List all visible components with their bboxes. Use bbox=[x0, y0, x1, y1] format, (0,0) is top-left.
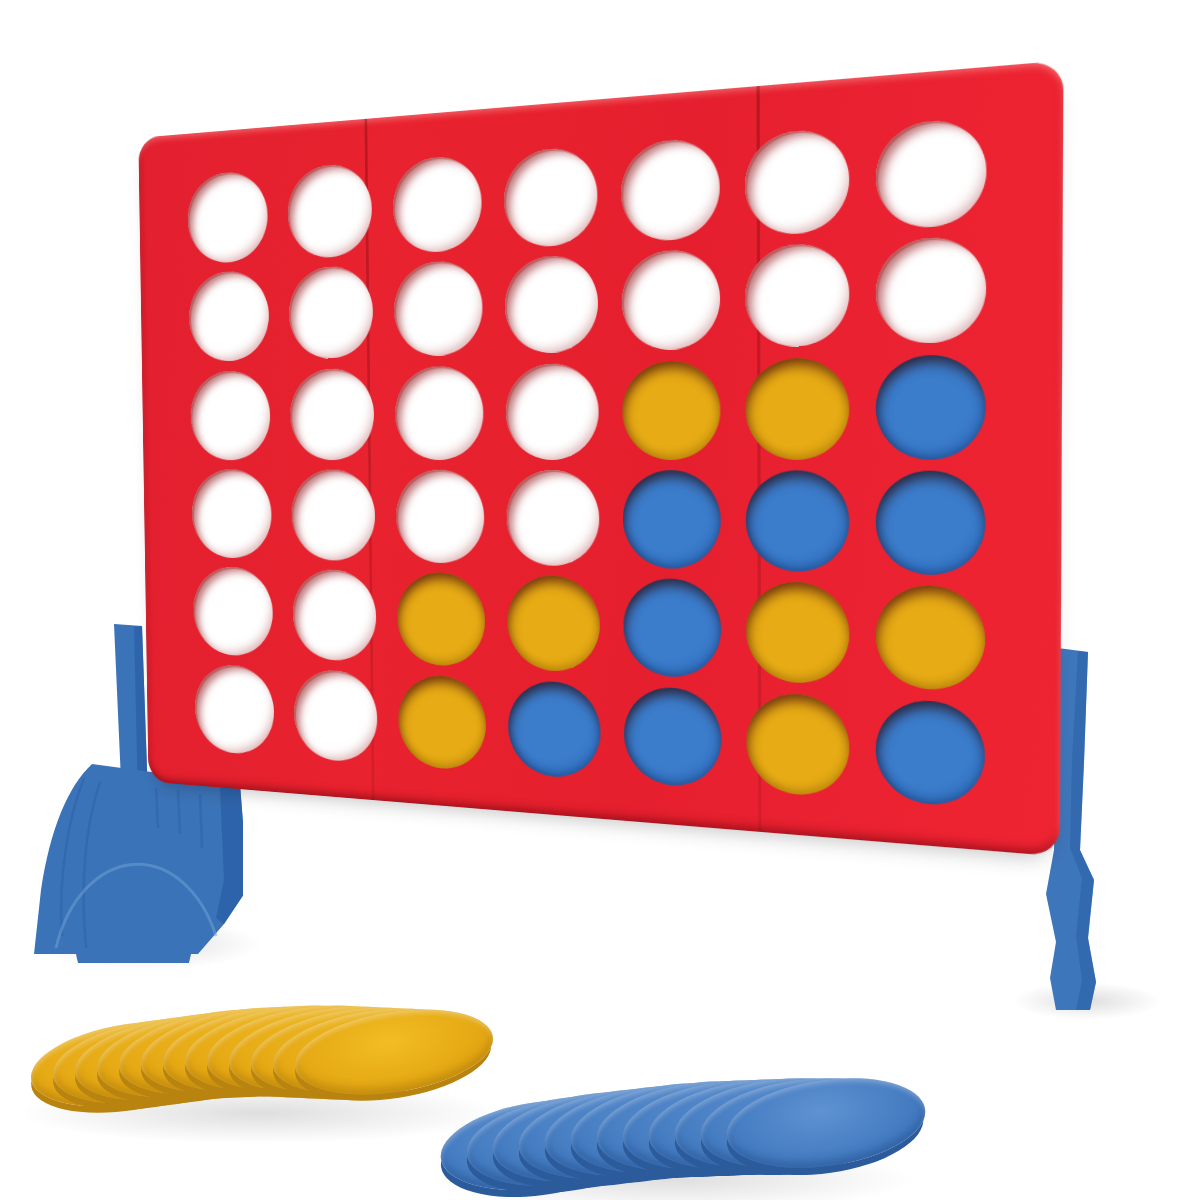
board-perspective-wrap bbox=[138, 61, 1063, 857]
cell-r2c3[interactable] bbox=[383, 254, 494, 362]
hole-empty bbox=[289, 265, 374, 360]
cell-r1c6[interactable] bbox=[732, 121, 862, 243]
disc-blue bbox=[876, 471, 986, 577]
cell-r1c4[interactable] bbox=[492, 140, 609, 255]
cell-r6c2[interactable] bbox=[283, 663, 388, 769]
hole-empty bbox=[192, 469, 272, 559]
hole-empty bbox=[287, 162, 372, 259]
disc-yellow bbox=[876, 585, 985, 693]
hole-empty bbox=[396, 470, 485, 564]
disc-yellow bbox=[746, 581, 849, 686]
disc-yellow bbox=[746, 691, 849, 798]
cell-r5c6[interactable] bbox=[733, 576, 862, 692]
cell-r5c4[interactable] bbox=[496, 570, 612, 680]
hole-empty bbox=[194, 663, 274, 756]
cell-r2c2[interactable] bbox=[278, 260, 384, 365]
disc-blue bbox=[876, 354, 986, 460]
disc-blue bbox=[746, 471, 850, 573]
hole-empty bbox=[193, 567, 273, 658]
cell-r2c7[interactable] bbox=[863, 229, 1001, 351]
cell-r2c5[interactable] bbox=[610, 243, 733, 357]
hole-empty bbox=[290, 368, 375, 460]
cell-r5c1[interactable] bbox=[183, 562, 283, 663]
cell-r6c1[interactable] bbox=[185, 658, 285, 761]
cell-r3c7[interactable] bbox=[863, 348, 1000, 466]
cell-r1c1[interactable] bbox=[177, 164, 278, 269]
cell-r3c2[interactable] bbox=[280, 363, 386, 465]
hole-empty bbox=[745, 242, 849, 348]
cell-r3c1[interactable] bbox=[180, 365, 281, 465]
cell-r6c5[interactable] bbox=[612, 679, 734, 794]
cell-r3c5[interactable] bbox=[610, 354, 733, 465]
cell-r6c3[interactable] bbox=[387, 668, 497, 777]
hole-empty bbox=[294, 668, 378, 763]
hole-empty bbox=[621, 137, 720, 243]
disc-blue bbox=[623, 470, 721, 570]
hole-empty bbox=[506, 470, 599, 567]
hole-empty bbox=[393, 154, 482, 254]
cell-r4c7[interactable] bbox=[863, 465, 1000, 582]
giant-connect-four-photo bbox=[0, 0, 1200, 1200]
hole-empty bbox=[291, 470, 375, 562]
cell-r3c4[interactable] bbox=[494, 357, 611, 465]
cell-r4c4[interactable] bbox=[495, 465, 611, 573]
disc-yellow bbox=[622, 360, 720, 460]
disc-yellow bbox=[398, 674, 486, 772]
cell-r1c3[interactable] bbox=[382, 148, 493, 259]
hole-empty bbox=[190, 370, 271, 460]
cell-r3c6[interactable] bbox=[733, 351, 863, 465]
cell-r4c6[interactable] bbox=[733, 465, 862, 579]
cell-r2c6[interactable] bbox=[732, 236, 862, 354]
cell-r5c5[interactable] bbox=[611, 572, 733, 685]
disc-blue bbox=[624, 685, 722, 788]
cell-r5c7[interactable] bbox=[863, 579, 1000, 699]
cell-r4c5[interactable] bbox=[611, 465, 734, 576]
cell-r6c6[interactable] bbox=[734, 685, 863, 804]
cell-r6c4[interactable] bbox=[497, 674, 613, 786]
cell-r5c3[interactable] bbox=[386, 567, 496, 674]
cell-r6c7[interactable] bbox=[863, 692, 999, 815]
cell-r4c3[interactable] bbox=[385, 465, 496, 570]
cell-r1c7[interactable] bbox=[863, 111, 1001, 237]
cell-r4c1[interactable] bbox=[182, 465, 282, 564]
hole-empty bbox=[745, 127, 849, 236]
hole-empty bbox=[395, 365, 484, 460]
hole-empty bbox=[876, 117, 987, 230]
cell-r3c3[interactable] bbox=[384, 360, 495, 465]
hole-empty bbox=[505, 363, 598, 460]
hole-empty bbox=[187, 170, 268, 265]
hole-empty bbox=[876, 236, 986, 345]
hole-empty bbox=[505, 254, 599, 354]
cell-r1c2[interactable] bbox=[277, 156, 383, 264]
cell-r4c2[interactable] bbox=[281, 465, 386, 567]
hole-empty bbox=[394, 260, 483, 357]
disc-blue bbox=[508, 679, 601, 780]
cell-r2c1[interactable] bbox=[179, 265, 280, 368]
connect-four-board bbox=[138, 61, 1063, 857]
board-grid bbox=[138, 61, 1063, 857]
hole-empty bbox=[292, 569, 376, 663]
hole-empty bbox=[622, 249, 721, 352]
cell-r5c2[interactable] bbox=[282, 564, 387, 668]
hole-empty bbox=[189, 270, 270, 362]
disc-blue bbox=[623, 578, 721, 680]
cell-r1c5[interactable] bbox=[609, 131, 733, 249]
disc-blue bbox=[876, 698, 985, 808]
cell-r2c4[interactable] bbox=[493, 249, 610, 360]
hole-empty bbox=[504, 146, 598, 249]
disc-yellow bbox=[507, 575, 600, 674]
disc-yellow bbox=[745, 357, 849, 460]
disc-yellow bbox=[397, 572, 485, 668]
